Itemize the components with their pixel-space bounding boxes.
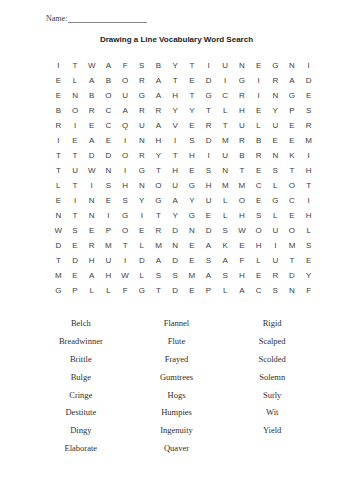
grid-cell-r4c6: R — [133, 104, 150, 119]
grid-cell-r14c14: U — [267, 253, 284, 268]
grid-cell-r10c3: N — [83, 193, 100, 208]
grid-cell-r9c5: H — [117, 179, 134, 194]
grid-cell-r2c8: T — [167, 74, 184, 89]
grid-cell-r16c9: E — [184, 283, 201, 298]
grid-cell-r16c7: T — [150, 283, 167, 298]
grid-cell-r5c15: E — [284, 119, 301, 134]
word-item-flute: Flute — [129, 333, 225, 351]
grid-cell-r1c3: W — [83, 59, 100, 74]
grid-cell-r1c9: T — [184, 59, 201, 74]
grid-cell-r9c3: I — [83, 179, 100, 194]
grid-cell-r4c5: A — [117, 104, 134, 119]
grid-cell-r3c15: G — [284, 89, 301, 104]
grid-cell-r13c1: D — [50, 238, 67, 253]
grid-cell-r3c2: N — [67, 89, 84, 104]
grid-cell-r2c9: E — [184, 74, 201, 89]
grid-cell-r5c10: R — [200, 119, 217, 134]
grid-cell-r10c6: Y — [133, 193, 150, 208]
grid-cell-r2c15: A — [284, 74, 301, 89]
grid-cell-r8c5: I — [117, 164, 134, 179]
grid-cell-r2c5: O — [117, 74, 134, 89]
grid-cell-r6c5: I — [117, 134, 134, 149]
grid-cell-r11c13: S — [250, 208, 267, 223]
grid-cell-r13c5: T — [117, 238, 134, 253]
grid-cell-r3c5: U — [117, 89, 134, 104]
grid-cell-r14c10: S — [200, 253, 217, 268]
grid-cell-r13c14: I — [267, 238, 284, 253]
grid-cell-r11c6: I — [133, 208, 150, 223]
word-item-flannel: Flannel — [129, 315, 225, 333]
grid-cell-r14c5: I — [117, 253, 134, 268]
grid-cell-r2c11: I — [217, 74, 234, 89]
grid-cell-r16c5: F — [117, 283, 134, 298]
grid-cell-r12c6: E — [133, 223, 150, 238]
grid-cell-r16c11: L — [217, 283, 234, 298]
grid-cell-r13c13: H — [250, 238, 267, 253]
grid-cell-r12c8: D — [167, 223, 184, 238]
grid-cell-r16c3: L — [83, 283, 100, 298]
grid-cell-r10c10: U — [200, 193, 217, 208]
grid-cell-r10c4: E — [100, 193, 117, 208]
grid-cell-r4c16: S — [300, 104, 317, 119]
word-item-brittle: Brittle — [33, 351, 129, 369]
grid-cell-r6c10: D — [200, 134, 217, 149]
grid-cell-r7c14: N — [267, 149, 284, 164]
grid-cell-r1c7: B — [150, 59, 167, 74]
grid-cell-r4c15: P — [284, 104, 301, 119]
grid-cell-r15c9: M — [184, 268, 201, 283]
grid-cell-r15c3: A — [83, 268, 100, 283]
grid-cell-r1c10: I — [200, 59, 217, 74]
grid-cell-r11c11: L — [217, 208, 234, 223]
grid-cell-r6c12: R — [234, 134, 251, 149]
grid-cell-r16c14: S — [267, 283, 284, 298]
grid-cell-r11c5: G — [117, 208, 134, 223]
grid-cell-r11c2: T — [67, 208, 84, 223]
grid-cell-r13c8: N — [167, 238, 184, 253]
name-label: Name: — [46, 14, 67, 23]
grid-cell-r7c11: U — [217, 149, 234, 164]
grid-cell-r9c16: T — [300, 179, 317, 194]
grid-cell-r13c4: M — [100, 238, 117, 253]
grid-cell-r9c6: N — [133, 179, 150, 194]
grid-cell-r3c13: I — [250, 89, 267, 104]
grid-cell-r5c1: R — [50, 119, 67, 134]
word-item-elaborate: Elaborate — [33, 440, 129, 458]
grid-cell-r4c3: R — [83, 104, 100, 119]
grid-cell-r16c13: C — [250, 283, 267, 298]
grid-cell-r11c9: G — [184, 208, 201, 223]
grid-cell-r1c6: S — [133, 59, 150, 74]
grid-cell-r9c11: M — [217, 179, 234, 194]
grid-cell-r16c15: N — [284, 283, 301, 298]
grid-cell-r4c1: B — [50, 104, 67, 119]
grid-cell-r11c1: N — [50, 208, 67, 223]
grid-cell-r13c3: R — [83, 238, 100, 253]
grid-cell-r13c15: M — [284, 238, 301, 253]
grid-cell-r7c2: T — [67, 149, 84, 164]
word-item-empty — [224, 440, 320, 458]
grid-cell-r9c8: U — [167, 179, 184, 194]
word-item-scolded: Scolded — [224, 351, 320, 369]
grid-cell-r4c11: L — [217, 104, 234, 119]
grid-cell-r11c12: H — [234, 208, 251, 223]
word-item-cringe: Cringe — [33, 387, 129, 405]
grid-cell-r6c1: I — [50, 134, 67, 149]
grid-cell-r12c3: E — [83, 223, 100, 238]
grid-cell-r14c2: D — [67, 253, 84, 268]
grid-cell-r16c12: A — [234, 283, 251, 298]
grid-cell-r2c2: L — [67, 74, 84, 89]
grid-cell-r13c9: E — [184, 238, 201, 253]
grid-cell-r1c15: N — [284, 59, 301, 74]
word-item-surly: Surly — [224, 387, 320, 405]
grid-cell-r4c2: O — [67, 104, 84, 119]
grid-cell-r15c6: L — [133, 268, 150, 283]
grid-cell-r1c16: I — [300, 59, 317, 74]
word-item-dingy: Dingy — [33, 422, 129, 440]
word-item-bulge: Bulge — [33, 369, 129, 387]
grid-cell-r15c10: A — [200, 268, 217, 283]
grid-cell-r8c2: U — [67, 164, 84, 179]
grid-cell-r14c7: A — [150, 253, 167, 268]
grid-cell-r1c5: F — [117, 59, 134, 74]
grid-cell-r15c16: Y — [300, 268, 317, 283]
grid-cell-r3c10: G — [200, 89, 217, 104]
grid-cell-r9c9: G — [184, 179, 201, 194]
grid-cell-r3c9: T — [184, 89, 201, 104]
grid-cell-r5c2: I — [67, 119, 84, 134]
grid-cell-r14c3: H — [83, 253, 100, 268]
grid-cell-r16c16: F — [300, 283, 317, 298]
grid-cell-r12c11: S — [217, 223, 234, 238]
grid-cell-r8c9: E — [184, 164, 201, 179]
grid-cell-r14c9: E — [184, 253, 201, 268]
grid-cell-r6c8: I — [167, 134, 184, 149]
grid-cell-r7c1: T — [50, 149, 67, 164]
grid-cell-r13c6: L — [133, 238, 150, 253]
grid-cell-r13c2: E — [67, 238, 84, 253]
grid-cell-r7c15: K — [284, 149, 301, 164]
grid-cell-r6c7: H — [150, 134, 167, 149]
grid-cell-r3c11: C — [217, 89, 234, 104]
grid-cell-r3c3: B — [83, 89, 100, 104]
grid-cell-r16c2: P — [67, 283, 84, 298]
grid-cell-r7c3: D — [83, 149, 100, 164]
grid-cell-r6c3: A — [83, 134, 100, 149]
grid-cell-r14c13: L — [250, 253, 267, 268]
grid-cell-r6c9: S — [184, 134, 201, 149]
word-search-grid: ITWAFSBYTIUNEGNIELABORATEDIGIRADENBOUGAH… — [50, 59, 317, 298]
grid-cell-r6c15: E — [284, 134, 301, 149]
grid-cell-r6c6: N — [133, 134, 150, 149]
grid-cell-r8c6: G — [133, 164, 150, 179]
grid-cell-r4c9: Y — [184, 104, 201, 119]
word-item-gumtrees: Gumtrees — [129, 369, 225, 387]
grid-cell-r5c4: C — [100, 119, 117, 134]
grid-cell-r10c16: I — [300, 193, 317, 208]
grid-cell-r5c3: E — [83, 119, 100, 134]
grid-cell-r8c1: T — [50, 164, 67, 179]
grid-cell-r10c1: E — [50, 193, 67, 208]
grid-cell-r15c5: W — [117, 268, 134, 283]
grid-cell-r7c4: D — [100, 149, 117, 164]
grid-cell-r15c12: H — [234, 268, 251, 283]
grid-cell-r10c12: O — [234, 193, 251, 208]
grid-cell-r13c10: A — [200, 238, 217, 253]
grid-cell-r12c16: L — [300, 223, 317, 238]
grid-cell-r12c7: R — [150, 223, 167, 238]
grid-cell-r3c4: O — [100, 89, 117, 104]
grid-cell-r2c1: E — [50, 74, 67, 89]
grid-cell-r14c6: D — [133, 253, 150, 268]
grid-cell-r16c10: P — [200, 283, 217, 298]
grid-cell-r3c12: R — [234, 89, 251, 104]
grid-cell-r2c13: I — [250, 74, 267, 89]
grid-cell-r5c11: T — [217, 119, 234, 134]
grid-cell-r12c13: O — [250, 223, 267, 238]
grid-cell-r14c15: T — [284, 253, 301, 268]
grid-cell-r15c2: E — [67, 268, 84, 283]
grid-cell-r8c16: H — [300, 164, 317, 179]
grid-cell-r10c2: I — [67, 193, 84, 208]
grid-cell-r2c7: A — [150, 74, 167, 89]
grid-cell-r3c14: N — [267, 89, 284, 104]
grid-cell-r7c16: I — [300, 149, 317, 164]
grid-cell-r10c13: E — [250, 193, 267, 208]
grid-cell-r14c11: A — [217, 253, 234, 268]
grid-cell-r4c13: E — [250, 104, 267, 119]
grid-cell-r3c16: E — [300, 89, 317, 104]
grid-cell-r15c8: S — [167, 268, 184, 283]
grid-cell-r11c4: I — [100, 208, 117, 223]
grid-cell-r6c2: E — [67, 134, 84, 149]
grid-cell-r4c10: T — [200, 104, 217, 119]
grid-cell-r14c8: D — [167, 253, 184, 268]
grid-cell-r7c12: B — [234, 149, 251, 164]
grid-cell-r10c9: Y — [184, 193, 201, 208]
grid-cell-r3c8: H — [167, 89, 184, 104]
grid-cell-r2c10: D — [200, 74, 217, 89]
grid-cell-r6c14: E — [267, 134, 284, 149]
grid-cell-r1c13: E — [250, 59, 267, 74]
grid-cell-r7c6: R — [133, 149, 150, 164]
grid-cell-r10c11: L — [217, 193, 234, 208]
grid-cell-r5c13: L — [250, 119, 267, 134]
word-list: BelchFlannelRigidBreadwinnerFluteScalped… — [33, 315, 320, 458]
word-item-wit: Wit — [224, 404, 320, 422]
grid-cell-r4c4: C — [100, 104, 117, 119]
grid-cell-r12c12: W — [234, 223, 251, 238]
grid-cell-r12c10: D — [200, 223, 217, 238]
word-item-breadwinner: Breadwinner — [33, 333, 129, 351]
word-item-scalped: Scalped — [224, 333, 320, 351]
grid-cell-r13c11: K — [217, 238, 234, 253]
grid-cell-r15c13: E — [250, 268, 267, 283]
grid-cell-r6c16: M — [300, 134, 317, 149]
grid-cell-r10c14: G — [267, 193, 284, 208]
grid-cell-r12c9: N — [184, 223, 201, 238]
grid-cell-r16c8: D — [167, 283, 184, 298]
grid-cell-r8c3: W — [83, 164, 100, 179]
word-item-solemn: Solemn — [224, 369, 320, 387]
grid-cell-r9c4: S — [100, 179, 117, 194]
word-item-destitute: Destitute — [33, 404, 129, 422]
grid-cell-r5c14: U — [267, 119, 284, 134]
grid-cell-r16c4: L — [100, 283, 117, 298]
grid-cell-r14c4: U — [100, 253, 117, 268]
grid-cell-r8c8: H — [167, 164, 184, 179]
word-item-rigid: Rigid — [224, 315, 320, 333]
grid-cell-r15c1: M — [50, 268, 67, 283]
grid-cell-r8c15: T — [284, 164, 301, 179]
grid-cell-r2c3: A — [83, 74, 100, 89]
word-item-hogs: Hogs — [129, 387, 225, 405]
word-item-belch: Belch — [33, 315, 129, 333]
grid-cell-r5c12: U — [234, 119, 251, 134]
grid-cell-r6c13: B — [250, 134, 267, 149]
grid-cell-r3c1: E — [50, 89, 67, 104]
grid-cell-r9c14: L — [267, 179, 284, 194]
grid-cell-r9c1: L — [50, 179, 67, 194]
grid-cell-r5c7: A — [150, 119, 167, 134]
grid-cell-r11c15: E — [284, 208, 301, 223]
word-item-humpies: Humpies — [129, 404, 225, 422]
grid-cell-r1c2: T — [67, 59, 84, 74]
grid-cell-r8c11: N — [217, 164, 234, 179]
grid-cell-r9c15: O — [284, 179, 301, 194]
word-item-frayed: Frayed — [129, 351, 225, 369]
grid-cell-r1c11: U — [217, 59, 234, 74]
worksheet-page: Name: Drawing a Line Vocabulary Word Sea… — [0, 0, 353, 500]
word-item-yield: Yield — [224, 422, 320, 440]
grid-cell-r11c10: E — [200, 208, 217, 223]
grid-cell-r14c12: F — [234, 253, 251, 268]
grid-cell-r10c7: G — [150, 193, 167, 208]
grid-cell-r7c10: I — [200, 149, 217, 164]
grid-cell-r16c1: G — [50, 283, 67, 298]
grid-cell-r2c4: B — [100, 74, 117, 89]
grid-cell-r12c15: O — [284, 223, 301, 238]
grid-cell-r13c7: M — [150, 238, 167, 253]
grid-cell-r5c5: Q — [117, 119, 134, 134]
grid-cell-r1c12: N — [234, 59, 251, 74]
grid-cell-r4c12: H — [234, 104, 251, 119]
grid-cell-r13c16: S — [300, 238, 317, 253]
grid-cell-r15c11: S — [217, 268, 234, 283]
grid-cell-r3c6: G — [133, 89, 150, 104]
grid-cell-r12c1: W — [50, 223, 67, 238]
grid-cell-r1c14: G — [267, 59, 284, 74]
grid-cell-r15c4: H — [100, 268, 117, 283]
grid-cell-r14c16: E — [300, 253, 317, 268]
grid-cell-r12c5: O — [117, 223, 134, 238]
grid-cell-r12c2: S — [67, 223, 84, 238]
grid-cell-r2c16: D — [300, 74, 317, 89]
grid-cell-r5c6: U — [133, 119, 150, 134]
grid-cell-r4c8: Y — [167, 104, 184, 119]
grid-cell-r11c7: T — [150, 208, 167, 223]
grid-cell-r4c14: Y — [267, 104, 284, 119]
grid-cell-r11c14: L — [267, 208, 284, 223]
grid-cell-r9c10: H — [200, 179, 217, 194]
grid-cell-r7c13: R — [250, 149, 267, 164]
grid-cell-r8c14: S — [267, 164, 284, 179]
grid-cell-r2c6: R — [133, 74, 150, 89]
grid-cell-r14c1: T — [50, 253, 67, 268]
grid-cell-r13c12: E — [234, 238, 251, 253]
grid-cell-r9c13: C — [250, 179, 267, 194]
grid-cell-r1c4: A — [100, 59, 117, 74]
grid-cell-r3c7: A — [150, 89, 167, 104]
grid-cell-r6c11: M — [217, 134, 234, 149]
grid-cell-r8c13: E — [250, 164, 267, 179]
grid-cell-r10c5: S — [117, 193, 134, 208]
grid-cell-r9c7: O — [150, 179, 167, 194]
grid-cell-r11c16: H — [300, 208, 317, 223]
grid-cell-r7c5: O — [117, 149, 134, 164]
grid-cell-r8c4: N — [100, 164, 117, 179]
grid-cell-r15c7: S — [150, 268, 167, 283]
name-blank-field[interactable] — [68, 13, 147, 23]
grid-cell-r6c4: E — [100, 134, 117, 149]
grid-cell-r1c8: Y — [167, 59, 184, 74]
grid-cell-r1c1: I — [50, 59, 67, 74]
word-item-ingenuity: Ingenuity — [129, 422, 225, 440]
grid-cell-r12c14: U — [267, 223, 284, 238]
grid-cell-r11c3: N — [83, 208, 100, 223]
grid-cell-r9c12: M — [234, 179, 251, 194]
grid-cell-r12c4: P — [100, 223, 117, 238]
grid-cell-r5c9: E — [184, 119, 201, 134]
grid-cell-r7c8: T — [167, 149, 184, 164]
grid-cell-r8c7: T — [150, 164, 167, 179]
grid-cell-r5c8: V — [167, 119, 184, 134]
grid-cell-r5c16: R — [300, 119, 317, 134]
grid-cell-r15c15: D — [284, 268, 301, 283]
grid-cell-r2c14: R — [267, 74, 284, 89]
page-title: Drawing a Line Vocabulary Word Search — [0, 35, 353, 44]
grid-cell-r15c14: R — [267, 268, 284, 283]
grid-cell-r16c6: G — [133, 283, 150, 298]
grid-cell-r2c12: G — [234, 74, 251, 89]
grid-cell-r8c10: S — [200, 164, 217, 179]
grid-cell-r10c15: C — [284, 193, 301, 208]
grid-cell-r10c8: A — [167, 193, 184, 208]
grid-cell-r9c2: T — [67, 179, 84, 194]
grid-cell-r7c9: H — [184, 149, 201, 164]
grid-cell-r8c12: T — [234, 164, 251, 179]
grid-cell-r7c7: Y — [150, 149, 167, 164]
name-line: Name: — [46, 13, 147, 23]
grid-cell-r4c7: R — [150, 104, 167, 119]
word-item-quaver: Quaver — [129, 440, 225, 458]
grid-cell-r11c8: Y — [167, 208, 184, 223]
